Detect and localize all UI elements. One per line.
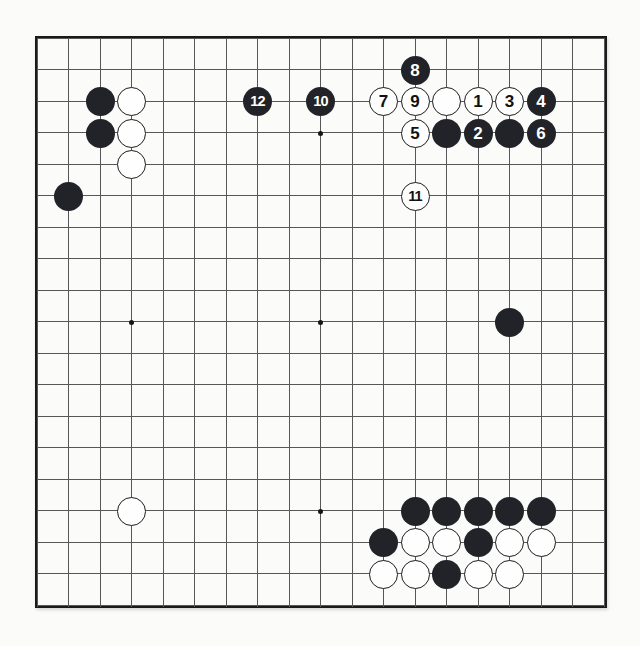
stone-white-move-7[interactable]: 7 (369, 87, 398, 116)
intersection (462, 527, 494, 559)
stone-black-move-6[interactable]: 6 (527, 119, 556, 148)
intersection (116, 86, 148, 118)
stone-white[interactable] (369, 560, 398, 589)
intersection (368, 527, 400, 559)
intersection (116, 117, 148, 149)
intersection (399, 558, 431, 590)
stone-white[interactable] (117, 119, 146, 148)
intersection: 1 (462, 86, 494, 118)
intersection (431, 558, 463, 590)
move-number-label: 9 (410, 93, 419, 110)
move-number-label: 12 (250, 94, 265, 109)
intersection (431, 86, 463, 118)
move-number-label: 7 (379, 93, 388, 110)
stone-black[interactable] (86, 87, 115, 116)
intersection: 12 (242, 86, 274, 118)
intersection: 8 (399, 54, 431, 86)
intersection (399, 495, 431, 527)
move-number-label: 3 (505, 93, 514, 110)
intersection (53, 180, 85, 212)
intersection (494, 495, 526, 527)
stone-white[interactable] (464, 560, 493, 589)
move-number-label: 2 (473, 125, 482, 142)
hoshi-point (305, 117, 337, 149)
stone-black-move-4[interactable]: 4 (527, 87, 556, 116)
stone-black[interactable] (369, 528, 398, 557)
intersection: 9 (399, 86, 431, 118)
stone-black[interactable] (432, 560, 461, 589)
intersection (368, 558, 400, 590)
stone-white-move-3[interactable]: 3 (495, 87, 524, 116)
move-number-label: 1 (473, 93, 482, 110)
page-background: 812107913452611 (0, 0, 640, 646)
stone-white-move-11[interactable]: 11 (401, 182, 430, 211)
stone-black[interactable] (495, 497, 524, 526)
intersection (525, 527, 557, 559)
stone-white[interactable] (117, 497, 146, 526)
move-number-label: 6 (536, 125, 545, 142)
stone-white-move-9[interactable]: 9 (401, 87, 430, 116)
stone-black[interactable] (432, 497, 461, 526)
move-number-label: 5 (410, 125, 419, 142)
intersection: 10 (305, 86, 337, 118)
stone-black-move-10[interactable]: 10 (306, 87, 335, 116)
hoshi-dot (129, 320, 134, 325)
intersection (431, 527, 463, 559)
stone-white-move-1[interactable]: 1 (464, 87, 493, 116)
intersection: 5 (399, 117, 431, 149)
stone-black[interactable] (54, 182, 83, 211)
intersection (462, 495, 494, 527)
intersection (494, 117, 526, 149)
stone-white[interactable] (117, 150, 146, 179)
intersection (116, 495, 148, 527)
intersection (431, 495, 463, 527)
move-number-label: 11 (408, 189, 422, 204)
intersection (431, 117, 463, 149)
stone-black-move-8[interactable]: 8 (401, 56, 430, 85)
intersection: 6 (525, 117, 557, 149)
move-number-label: 8 (410, 62, 419, 79)
stone-white[interactable] (432, 528, 461, 557)
stone-black[interactable] (464, 528, 493, 557)
stone-black[interactable] (527, 497, 556, 526)
intersection (462, 558, 494, 590)
stone-black-move-12[interactable]: 12 (243, 87, 272, 116)
stone-white[interactable] (401, 528, 430, 557)
stone-black[interactable] (495, 308, 524, 337)
hoshi-dot (318, 320, 323, 325)
hoshi-dot (318, 131, 323, 136)
intersection: 4 (525, 86, 557, 118)
stone-white[interactable] (432, 87, 461, 116)
intersection (525, 495, 557, 527)
stone-black[interactable] (432, 119, 461, 148)
hoshi-point (116, 306, 148, 338)
move-number-label: 4 (536, 93, 545, 110)
stone-black[interactable] (495, 119, 524, 148)
intersection (494, 558, 526, 590)
intersection (494, 527, 526, 559)
stones-layer: 812107913452611 (21, 23, 620, 622)
go-board[interactable]: 812107913452611 (0, 0, 640, 646)
intersection (494, 306, 526, 338)
hoshi-point (305, 495, 337, 527)
hoshi-point (305, 306, 337, 338)
intersection (84, 86, 116, 118)
stone-white-move-5[interactable]: 5 (401, 119, 430, 148)
move-number-label: 10 (313, 94, 328, 109)
stone-white[interactable] (495, 560, 524, 589)
intersection (116, 149, 148, 181)
intersection: 2 (462, 117, 494, 149)
hoshi-dot (318, 509, 323, 514)
stone-black-move-2[interactable]: 2 (464, 119, 493, 148)
intersection (399, 527, 431, 559)
stone-black[interactable] (86, 119, 115, 148)
stone-white[interactable] (527, 528, 556, 557)
stone-white[interactable] (117, 87, 146, 116)
stone-black[interactable] (401, 497, 430, 526)
intersection (84, 117, 116, 149)
intersection: 3 (494, 86, 526, 118)
stone-black[interactable] (464, 497, 493, 526)
intersection: 11 (399, 180, 431, 212)
stone-white[interactable] (401, 560, 430, 589)
intersection: 7 (368, 86, 400, 118)
stone-white[interactable] (495, 528, 524, 557)
